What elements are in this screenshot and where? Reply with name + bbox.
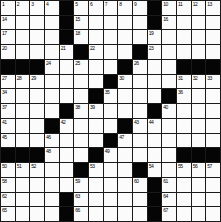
block-r1c11 <box>148 1 162 15</box>
cell-r9c13[interactable] <box>177 119 191 133</box>
block-r2c5 <box>60 16 74 30</box>
block-r5c15 <box>206 60 220 74</box>
cell-r5c8[interactable] <box>104 60 118 74</box>
cell-r8c1[interactable]: 37 <box>1 104 15 118</box>
clue-number-15: 15 <box>75 16 80 22</box>
cell-r13c9[interactable] <box>118 178 132 192</box>
cell-r13c15[interactable] <box>206 178 220 192</box>
block-r7c12 <box>162 89 176 103</box>
cell-r1c7[interactable]: 6 <box>89 1 103 15</box>
cell-r13c13[interactable] <box>177 178 191 192</box>
cell-r11c5[interactable] <box>60 148 74 162</box>
clue-number-6: 6 <box>90 1 92 7</box>
block-r2c11 <box>148 16 162 30</box>
crossword-puzzle: 1234567891011121314151617181920212223242… <box>0 0 221 222</box>
cell-r14c14[interactable] <box>192 193 206 207</box>
cell-r7c4[interactable] <box>45 89 59 103</box>
cell-r2c13[interactable] <box>177 16 191 30</box>
cell-r6c1[interactable]: 27 <box>1 75 15 89</box>
cell-r5c4[interactable]: 24 <box>45 60 59 74</box>
cell-r4c3[interactable] <box>30 45 44 59</box>
cell-r4c14[interactable] <box>192 45 206 59</box>
clue-number-67: 67 <box>163 207 168 213</box>
cell-r7c13[interactable]: 36 <box>177 89 191 103</box>
clue-number-48: 48 <box>46 148 51 154</box>
clue-number-36: 36 <box>178 89 183 95</box>
clue-number-38: 38 <box>75 104 80 110</box>
block-r9c4 <box>45 119 59 133</box>
cell-r11c10[interactable] <box>133 148 147 162</box>
cell-r7c3[interactable] <box>30 89 44 103</box>
cell-r3c8[interactable] <box>104 30 118 44</box>
cell-r6c12[interactable] <box>162 75 176 89</box>
clue-number-43: 43 <box>134 119 139 125</box>
clue-number-55: 55 <box>178 163 183 169</box>
cell-r15c3[interactable] <box>30 207 44 221</box>
clue-number-11: 11 <box>178 1 182 7</box>
cell-r3c6[interactable]: 18 <box>74 30 88 44</box>
cell-r15c4[interactable] <box>45 207 59 221</box>
cell-r13c14[interactable] <box>192 178 206 192</box>
cell-r11c11[interactable] <box>148 148 162 162</box>
cell-r1c12[interactable]: 10 <box>162 1 176 15</box>
cell-r7c6[interactable] <box>74 89 88 103</box>
clue-number-14: 14 <box>2 16 7 22</box>
clue-number-46: 46 <box>46 134 51 140</box>
cell-r7c2[interactable] <box>16 89 30 103</box>
block-r11c15 <box>206 148 220 162</box>
cell-r8c8[interactable] <box>104 104 118 118</box>
cell-r12c15[interactable]: 57 <box>206 163 220 177</box>
cell-r2c1[interactable]: 14 <box>1 16 15 30</box>
cell-r10c9[interactable]: 47 <box>118 134 132 148</box>
cell-r3c10[interactable] <box>133 30 147 44</box>
cell-r14c15[interactable] <box>206 193 220 207</box>
cell-r4c5[interactable]: 21 <box>60 45 74 59</box>
block-r8c5 <box>60 104 74 118</box>
cell-r2c7[interactable] <box>89 16 103 30</box>
cell-r8c13[interactable] <box>177 104 191 118</box>
cell-r2c3[interactable] <box>30 16 44 30</box>
block-r3c5 <box>60 30 74 44</box>
clue-number-45: 45 <box>2 134 7 140</box>
clue-number-1: 1 <box>2 1 4 7</box>
cell-r13c2[interactable] <box>16 178 30 192</box>
clue-number-13: 13 <box>207 1 212 7</box>
cell-r3c9[interactable] <box>118 30 132 44</box>
cell-r2c4[interactable] <box>45 16 59 30</box>
cell-r4c11[interactable]: 23 <box>148 45 162 59</box>
block-r15c5 <box>60 207 74 221</box>
cell-r9c2[interactable] <box>16 119 30 133</box>
cell-r10c7[interactable] <box>89 134 103 148</box>
clue-number-24: 24 <box>46 60 51 66</box>
cell-r1c13[interactable]: 11 <box>177 1 191 15</box>
cell-r3c15[interactable] <box>206 30 220 44</box>
cell-r8c6[interactable]: 38 <box>74 104 88 118</box>
cell-r14c7[interactable] <box>89 193 103 207</box>
clue-number-65: 65 <box>2 207 7 213</box>
cell-r1c10[interactable]: 9 <box>133 1 147 15</box>
block-r4c6 <box>74 45 88 59</box>
clue-number-4: 4 <box>46 1 48 7</box>
clue-number-2: 2 <box>17 1 19 7</box>
cell-r13c4[interactable] <box>45 178 59 192</box>
clue-number-42: 42 <box>61 119 66 125</box>
cell-r15c8[interactable] <box>104 207 118 221</box>
block-r9c9 <box>118 119 132 133</box>
block-r11c7 <box>89 148 103 162</box>
cell-r14c1[interactable]: 62 <box>1 193 15 207</box>
cell-r6c4[interactable] <box>45 75 59 89</box>
block-r13c11 <box>148 178 162 192</box>
clue-number-40: 40 <box>163 104 168 110</box>
block-r14c5 <box>60 193 74 207</box>
clue-number-47: 47 <box>119 134 124 140</box>
cell-r10c11[interactable] <box>148 134 162 148</box>
block-r1c5 <box>60 1 74 15</box>
clue-number-57: 57 <box>207 163 212 169</box>
cell-r14c12[interactable]: 64 <box>162 193 176 207</box>
clue-number-22: 22 <box>90 45 95 51</box>
cell-r13c10[interactable]: 60 <box>133 178 147 192</box>
cell-r1c2[interactable]: 2 <box>16 1 30 15</box>
block-r12c10 <box>133 163 147 177</box>
cell-r1c6[interactable]: 5 <box>74 1 88 15</box>
cell-r13c12[interactable]: 61 <box>162 178 176 192</box>
block-r5c14 <box>192 60 206 74</box>
cell-r8c3[interactable] <box>30 104 44 118</box>
cell-r5c5[interactable] <box>60 60 74 74</box>
cell-r4c1[interactable]: 20 <box>1 45 15 59</box>
cell-r8c14[interactable] <box>192 104 206 118</box>
cell-r7c1[interactable]: 34 <box>1 89 15 103</box>
block-r6c8 <box>104 75 118 89</box>
block-r5c9 <box>118 60 132 74</box>
cell-r7c9[interactable] <box>118 89 132 103</box>
cell-r12c9[interactable] <box>118 163 132 177</box>
clue-number-52: 52 <box>31 163 36 169</box>
cell-r12c5[interactable] <box>60 163 74 177</box>
cell-r10c13[interactable] <box>177 134 191 148</box>
cell-r12c12[interactable] <box>162 163 176 177</box>
cell-r9c14[interactable] <box>192 119 206 133</box>
clue-number-49: 49 <box>105 148 110 154</box>
cell-r6c10[interactable] <box>133 75 147 89</box>
cell-r12c4[interactable] <box>45 163 59 177</box>
cell-r9c15[interactable] <box>206 119 220 133</box>
clue-number-62: 62 <box>2 193 7 199</box>
cell-r6c6[interactable] <box>74 75 88 89</box>
cell-r10c5[interactable] <box>60 134 74 148</box>
cell-r8c4[interactable] <box>45 104 59 118</box>
cell-r7c14[interactable] <box>192 89 206 103</box>
cell-r10c4[interactable]: 46 <box>45 134 59 148</box>
clue-number-64: 64 <box>163 193 168 199</box>
clue-number-54: 54 <box>149 163 154 169</box>
clue-number-25: 25 <box>75 60 80 66</box>
cell-r9c5[interactable]: 42 <box>60 119 74 133</box>
block-r7c7 <box>89 89 103 103</box>
clue-number-35: 35 <box>105 89 110 95</box>
block-r5c13 <box>177 60 191 74</box>
block-r11c1 <box>1 148 15 162</box>
cell-r6c11[interactable] <box>148 75 162 89</box>
cell-r4c7[interactable]: 22 <box>89 45 103 59</box>
block-r5c2 <box>16 60 30 74</box>
block-r15c11 <box>148 207 162 221</box>
block-r11c13 <box>177 148 191 162</box>
clue-number-50: 50 <box>2 163 7 169</box>
clue-number-33: 33 <box>207 75 212 81</box>
cell-r5c6[interactable]: 25 <box>74 60 88 74</box>
cell-r4c9[interactable] <box>118 45 132 59</box>
cell-r15c14[interactable] <box>192 207 206 221</box>
cell-r9c1[interactable]: 41 <box>1 119 15 133</box>
clue-number-51: 51 <box>17 163 22 169</box>
cell-r14c10[interactable] <box>133 193 147 207</box>
cell-r13c1[interactable]: 58 <box>1 178 15 192</box>
cell-r4c4[interactable] <box>45 45 59 59</box>
clue-number-10: 10 <box>163 1 168 7</box>
clue-number-60: 60 <box>134 178 139 184</box>
clue-number-39: 39 <box>90 104 95 110</box>
clue-number-7: 7 <box>105 1 107 7</box>
cell-r12c1[interactable]: 50 <box>1 163 15 177</box>
cell-r12c14[interactable]: 56 <box>192 163 206 177</box>
cell-r1c9[interactable]: 8 <box>118 1 132 15</box>
cell-r9c8[interactable] <box>104 119 118 133</box>
cell-r12c7[interactable]: 53 <box>89 163 103 177</box>
clue-number-66: 66 <box>75 207 80 213</box>
block-r11c14 <box>192 148 206 162</box>
cell-r9c7[interactable] <box>89 119 103 133</box>
clue-number-3: 3 <box>31 1 33 7</box>
cell-r8c10[interactable] <box>133 104 147 118</box>
cell-r2c15[interactable] <box>206 16 220 30</box>
cell-r3c12[interactable] <box>162 30 176 44</box>
cell-r3c1[interactable]: 17 <box>1 30 15 44</box>
cell-r4c15[interactable] <box>206 45 220 59</box>
clue-number-31: 31 <box>178 75 183 81</box>
cell-r7c11[interactable] <box>148 89 162 103</box>
cell-r7c5[interactable] <box>60 89 74 103</box>
cell-r6c15[interactable]: 33 <box>206 75 220 89</box>
cell-r4c12[interactable] <box>162 45 176 59</box>
cell-r6c7[interactable] <box>89 75 103 89</box>
clue-number-53: 53 <box>90 163 95 169</box>
cell-r3c7[interactable] <box>89 30 103 44</box>
cell-r13c7[interactable] <box>89 178 103 192</box>
cell-r10c12[interactable] <box>162 134 176 148</box>
cell-r13c8[interactable] <box>104 178 118 192</box>
clue-number-61: 61 <box>163 178 168 184</box>
cell-r8c12[interactable]: 40 <box>162 104 176 118</box>
clue-number-44: 44 <box>149 119 154 125</box>
block-r11c3 <box>30 148 44 162</box>
clue-number-26: 26 <box>134 60 139 66</box>
cell-r15c13[interactable] <box>177 207 191 221</box>
cell-r3c11[interactable]: 19 <box>148 30 162 44</box>
cell-r15c12[interactable]: 67 <box>162 207 176 221</box>
cell-r9c10[interactable]: 43 <box>133 119 147 133</box>
cell-r12c8[interactable] <box>104 163 118 177</box>
clue-number-20: 20 <box>2 45 7 51</box>
clue-number-29: 29 <box>31 75 36 81</box>
clue-number-21: 21 <box>61 45 66 51</box>
block-r5c1 <box>1 60 15 74</box>
cell-r14c9[interactable] <box>118 193 132 207</box>
cell-r15c1[interactable]: 65 <box>1 207 15 221</box>
cell-r5c12[interactable] <box>162 60 176 74</box>
cell-r12c13[interactable]: 55 <box>177 163 191 177</box>
cell-r1c14[interactable]: 12 <box>192 1 206 15</box>
cell-r9c6[interactable] <box>74 119 88 133</box>
cell-r1c15[interactable]: 13 <box>206 1 220 15</box>
clue-number-27: 27 <box>2 75 7 81</box>
cell-r11c6[interactable] <box>74 148 88 162</box>
cell-r5c11[interactable] <box>148 60 162 74</box>
cell-r3c4[interactable] <box>45 30 59 44</box>
cell-r15c10[interactable] <box>133 207 147 221</box>
cell-r2c6[interactable]: 15 <box>74 16 88 30</box>
cell-r3c13[interactable] <box>177 30 191 44</box>
clue-number-23: 23 <box>149 45 154 51</box>
clue-number-59: 59 <box>75 178 80 184</box>
cell-r15c7[interactable] <box>89 207 103 221</box>
cell-r7c10[interactable] <box>133 89 147 103</box>
cell-r14c2[interactable] <box>16 193 30 207</box>
cell-r11c8[interactable]: 49 <box>104 148 118 162</box>
cell-r12c11[interactable]: 54 <box>148 163 162 177</box>
clue-number-12: 12 <box>193 1 198 7</box>
clue-number-16: 16 <box>163 16 168 22</box>
cell-r9c11[interactable]: 44 <box>148 119 162 133</box>
cell-r12c3[interactable]: 52 <box>30 163 44 177</box>
clue-number-17: 17 <box>2 30 7 36</box>
cell-r12c2[interactable]: 51 <box>16 163 30 177</box>
cell-r15c15[interactable] <box>206 207 220 221</box>
cell-r1c1[interactable]: 1 <box>1 1 15 15</box>
clue-number-41: 41 <box>2 119 7 125</box>
cell-r14c13[interactable] <box>177 193 191 207</box>
block-r4c10 <box>133 45 147 59</box>
cell-r13c6[interactable]: 59 <box>74 178 88 192</box>
cell-r10c6[interactable] <box>74 134 88 148</box>
cell-r10c10[interactable] <box>133 134 147 148</box>
block-r14c11 <box>148 193 162 207</box>
cell-r4c8[interactable] <box>104 45 118 59</box>
cell-r11c4[interactable]: 48 <box>45 148 59 162</box>
cell-r15c6[interactable]: 66 <box>74 207 88 221</box>
clue-number-28: 28 <box>17 75 22 81</box>
cell-r1c4[interactable]: 4 <box>45 1 59 15</box>
clue-number-8: 8 <box>119 1 121 7</box>
clue-number-58: 58 <box>2 178 7 184</box>
cell-r5c7[interactable] <box>89 60 103 74</box>
cell-r6c9[interactable]: 30 <box>118 75 132 89</box>
cell-r8c7[interactable]: 39 <box>89 104 103 118</box>
cell-r2c8[interactable] <box>104 16 118 30</box>
cell-r5c10[interactable]: 26 <box>133 60 147 74</box>
cell-r3c2[interactable] <box>16 30 30 44</box>
cell-r2c14[interactable] <box>192 16 206 30</box>
cell-r9c3[interactable] <box>30 119 44 133</box>
cell-r10c15[interactable] <box>206 134 220 148</box>
cell-r14c8[interactable] <box>104 193 118 207</box>
cell-r2c10[interactable] <box>133 16 147 30</box>
cell-r6c5[interactable] <box>60 75 74 89</box>
block-r8c11 <box>148 104 162 118</box>
cell-r11c9[interactable] <box>118 148 132 162</box>
cell-r6c14[interactable]: 32 <box>192 75 206 89</box>
clue-number-18: 18 <box>75 30 80 36</box>
block-r5c3 <box>30 60 44 74</box>
clue-number-34: 34 <box>2 89 7 95</box>
cell-r11c12[interactable] <box>162 148 176 162</box>
cell-r6c3[interactable]: 29 <box>30 75 44 89</box>
cell-r1c3[interactable]: 3 <box>30 1 44 15</box>
cell-r7c15[interactable] <box>206 89 220 103</box>
cell-r6c13[interactable]: 31 <box>177 75 191 89</box>
cell-r2c2[interactable] <box>16 16 30 30</box>
crossword-board: 1234567891011121314151617181920212223242… <box>0 0 221 222</box>
cell-r13c3[interactable] <box>30 178 44 192</box>
cell-r10c3[interactable] <box>30 134 44 148</box>
cell-r14c4[interactable] <box>45 193 59 207</box>
cell-r15c2[interactable] <box>16 207 30 221</box>
cell-r2c12[interactable]: 16 <box>162 16 176 30</box>
block-r10c8 <box>104 134 118 148</box>
cell-r4c13[interactable] <box>177 45 191 59</box>
cell-r13c5[interactable] <box>60 178 74 192</box>
cell-r2c9[interactable] <box>118 16 132 30</box>
cell-r6c2[interactable]: 28 <box>16 75 30 89</box>
cell-r14c3[interactable] <box>30 193 44 207</box>
clue-number-63: 63 <box>75 193 80 199</box>
cell-r7c8[interactable]: 35 <box>104 89 118 103</box>
cell-r3c14[interactable] <box>192 30 206 44</box>
cell-r1c8[interactable]: 7 <box>104 1 118 15</box>
clue-number-19: 19 <box>149 30 154 36</box>
cell-r4c2[interactable] <box>16 45 30 59</box>
cell-r8c2[interactable] <box>16 104 30 118</box>
cell-r10c2[interactable] <box>16 134 30 148</box>
cell-r14c6[interactable]: 63 <box>74 193 88 207</box>
cell-r3c3[interactable] <box>30 30 44 44</box>
cell-r8c9[interactable] <box>118 104 132 118</box>
clue-number-30: 30 <box>119 75 124 81</box>
cell-r9c12[interactable] <box>162 119 176 133</box>
clue-number-9: 9 <box>134 1 136 7</box>
clue-number-56: 56 <box>193 163 198 169</box>
clue-number-5: 5 <box>75 1 77 7</box>
clue-number-37: 37 <box>2 104 7 110</box>
cell-r8c15[interactable] <box>206 104 220 118</box>
block-r11c2 <box>16 148 30 162</box>
block-r12c6 <box>74 163 88 177</box>
clue-number-32: 32 <box>193 75 198 81</box>
cell-r10c1[interactable]: 45 <box>1 134 15 148</box>
cell-r10c14[interactable] <box>192 134 206 148</box>
cell-r15c9[interactable] <box>118 207 132 221</box>
